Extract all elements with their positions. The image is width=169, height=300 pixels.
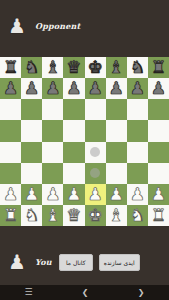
square-d1[interactable]: ♛	[63, 205, 84, 226]
black-knight[interactable]: ♞	[21, 57, 42, 78]
square-b2[interactable]: ♟	[21, 184, 42, 205]
opponent-bar: ♟ Opponent	[0, 8, 169, 44]
square-c7[interactable]: ♟	[42, 78, 63, 99]
square-f3[interactable]	[106, 163, 127, 184]
white-king[interactable]: ♚	[85, 205, 106, 226]
square-b5[interactable]	[21, 120, 42, 141]
square-h7[interactable]: ♟	[148, 78, 169, 99]
square-a8[interactable]: ♜	[0, 57, 21, 78]
black-knight[interactable]: ♞	[127, 57, 148, 78]
black-queen[interactable]: ♛	[63, 57, 84, 78]
black-pawn[interactable]: ♟	[0, 78, 21, 99]
square-g7[interactable]: ♟	[127, 78, 148, 99]
black-pawn[interactable]: ♟	[85, 78, 106, 99]
square-a2[interactable]: ♟	[0, 184, 21, 205]
square-g1[interactable]: ♞	[127, 205, 148, 226]
square-c4[interactable]	[42, 142, 63, 163]
black-bishop[interactable]: ♝	[106, 57, 127, 78]
square-b7[interactable]: ♟	[21, 78, 42, 99]
square-h2[interactable]: ♟	[148, 184, 169, 205]
channel-button[interactable]: کانال ما	[59, 254, 93, 271]
square-e4[interactable]	[85, 142, 106, 163]
square-c6[interactable]	[42, 99, 63, 120]
white-queen[interactable]: ♛	[63, 205, 84, 226]
square-c1[interactable]: ♝	[42, 205, 63, 226]
square-c3[interactable]	[42, 163, 63, 184]
square-a1[interactable]: ♜	[0, 205, 21, 226]
creator-id-button[interactable]: ایدی سازنده	[99, 254, 140, 271]
white-pawn[interactable]: ♟	[21, 184, 42, 205]
square-h5[interactable]	[148, 120, 169, 141]
square-e8[interactable]: ♚	[85, 57, 106, 78]
black-rook[interactable]: ♜	[148, 57, 169, 78]
menu-icon[interactable]: ☰	[25, 285, 33, 300]
white-bishop[interactable]: ♝	[106, 205, 127, 226]
square-d7[interactable]: ♟	[63, 78, 84, 99]
square-a4[interactable]	[0, 142, 21, 163]
square-e7[interactable]: ♟	[85, 78, 106, 99]
white-pawn[interactable]: ♟	[85, 184, 106, 205]
move-hint-dot-e4[interactable]	[90, 147, 100, 157]
square-f7[interactable]: ♟	[106, 78, 127, 99]
white-rook[interactable]: ♜	[0, 205, 21, 226]
square-b8[interactable]: ♞	[21, 57, 42, 78]
white-rook[interactable]: ♜	[148, 205, 169, 226]
square-g3[interactable]	[127, 163, 148, 184]
square-a5[interactable]	[0, 120, 21, 141]
black-pawn[interactable]: ♟	[106, 78, 127, 99]
black-pawn[interactable]: ♟	[63, 78, 84, 99]
square-g2[interactable]: ♟	[127, 184, 148, 205]
white-pawn[interactable]: ♟	[63, 184, 84, 205]
white-pawn[interactable]: ♟	[127, 184, 148, 205]
move-hint-dot-e3[interactable]	[90, 168, 100, 178]
white-pawn[interactable]: ♟	[148, 184, 169, 205]
black-pawn[interactable]: ♟	[127, 78, 148, 99]
white-bishop[interactable]: ♝	[42, 205, 63, 226]
square-e6[interactable]	[85, 99, 106, 120]
square-f5[interactable]	[106, 120, 127, 141]
square-f1[interactable]: ♝	[106, 205, 127, 226]
square-h8[interactable]: ♜	[148, 57, 169, 78]
square-d2[interactable]: ♟	[63, 184, 84, 205]
square-f8[interactable]: ♝	[106, 57, 127, 78]
white-pawn[interactable]: ♟	[42, 184, 63, 205]
square-g5[interactable]	[127, 120, 148, 141]
white-knight[interactable]: ♞	[127, 205, 148, 226]
square-c2[interactable]: ♟	[42, 184, 63, 205]
square-a7[interactable]: ♟	[0, 78, 21, 99]
square-d6[interactable]	[63, 99, 84, 120]
square-e2[interactable]: ♟	[85, 184, 106, 205]
square-d4[interactable]	[63, 142, 84, 163]
square-h6[interactable]	[148, 99, 169, 120]
square-b4[interactable]	[21, 142, 42, 163]
square-g6[interactable]	[127, 99, 148, 120]
black-king[interactable]: ♚	[85, 57, 106, 78]
square-c8[interactable]: ♝	[42, 57, 63, 78]
square-b6[interactable]	[21, 99, 42, 120]
bottom-nav-bar: ☰ ❮ ❯	[0, 285, 169, 300]
square-d8[interactable]: ♛	[63, 57, 84, 78]
square-h1[interactable]: ♜	[148, 205, 169, 226]
opponent-label: Opponent	[35, 21, 81, 31]
square-b3[interactable]	[21, 163, 42, 184]
black-bishop[interactable]: ♝	[42, 57, 63, 78]
white-pawn[interactable]: ♟	[106, 184, 127, 205]
white-knight[interactable]: ♞	[21, 205, 42, 226]
square-g8[interactable]: ♞	[127, 57, 148, 78]
opponent-pawn-icon: ♟	[8, 14, 26, 38]
square-f6[interactable]	[106, 99, 127, 120]
forward-icon[interactable]: ❯	[138, 285, 145, 300]
white-pawn[interactable]: ♟	[0, 184, 21, 205]
square-e1[interactable]: ♚	[85, 205, 106, 226]
square-c5[interactable]	[42, 120, 63, 141]
square-d3[interactable]	[63, 163, 84, 184]
black-pawn[interactable]: ♟	[42, 78, 63, 99]
square-a3[interactable]	[0, 163, 21, 184]
square-a6[interactable]	[0, 99, 21, 120]
black-pawn[interactable]: ♟	[148, 78, 169, 99]
square-h3[interactable]	[148, 163, 169, 184]
square-b1[interactable]: ♞	[21, 205, 42, 226]
you-bar: ♟ You کانال ما ایدی سازنده	[0, 248, 169, 276]
square-f4[interactable]	[106, 142, 127, 163]
square-e3[interactable]	[85, 163, 106, 184]
chess-board[interactable]: ♜♞♝♛♚♝♞♜♟♟♟♟♟♟♟♟♟♟♟♟♟♟♟♟♜♞♝♛♚♝♞♜	[0, 57, 169, 226]
black-rook[interactable]: ♜	[0, 57, 21, 78]
you-pawn-icon: ♟	[8, 250, 26, 274]
square-f2[interactable]: ♟	[106, 184, 127, 205]
square-h4[interactable]	[148, 142, 169, 163]
you-label: You	[35, 257, 52, 267]
back-icon[interactable]: ❮	[82, 285, 89, 300]
square-g4[interactable]	[127, 142, 148, 163]
square-d5[interactable]	[63, 120, 84, 141]
black-pawn[interactable]: ♟	[21, 78, 42, 99]
square-e5[interactable]	[85, 120, 106, 141]
